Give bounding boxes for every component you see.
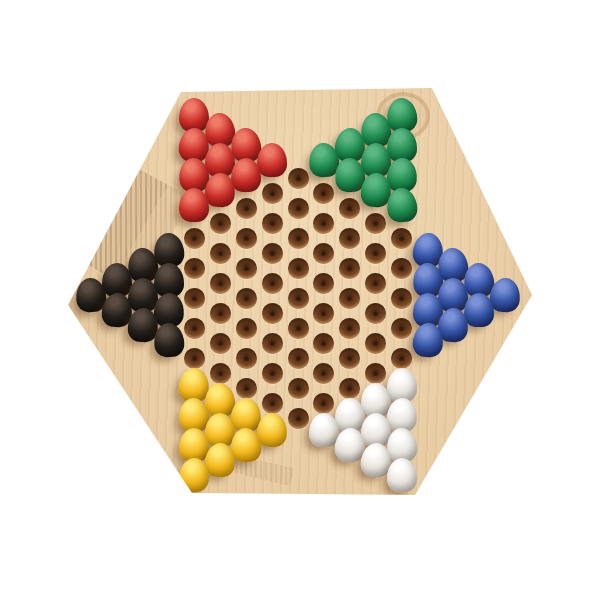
peg-black[interactable] [154,263,184,297]
hole[interactable] [339,228,360,249]
hole[interactable] [313,213,334,234]
hole[interactable] [313,303,334,324]
hole[interactable] [262,393,283,414]
peg-red[interactable] [257,143,287,177]
hole[interactable] [236,288,257,309]
hole[interactable] [313,393,334,414]
hole[interactable] [365,333,386,354]
hole[interactable] [262,333,283,354]
hole[interactable] [262,303,283,324]
hole[interactable] [391,258,412,279]
hole[interactable] [236,198,257,219]
hole[interactable] [236,228,257,249]
hole[interactable] [262,183,283,204]
hole[interactable] [184,228,205,249]
hole[interactable] [236,318,257,339]
hole[interactable] [365,273,386,294]
hole[interactable] [262,273,283,294]
hole[interactable] [288,408,309,429]
hole[interactable] [262,243,283,264]
hole[interactable] [184,348,205,369]
hole[interactable] [339,198,360,219]
hole[interactable] [236,348,257,369]
peg-green[interactable] [387,128,417,162]
hole[interactable] [339,348,360,369]
hole[interactable] [184,258,205,279]
peg-red[interactable] [179,188,209,222]
peg-white[interactable] [361,413,391,447]
chinese-checkers-board [0,0,600,600]
hole[interactable] [365,243,386,264]
hole[interactable] [391,228,412,249]
hole[interactable] [288,288,309,309]
hole[interactable] [288,168,309,189]
peg-black[interactable] [128,278,158,312]
hole[interactable] [391,348,412,369]
peg-green[interactable] [361,143,391,177]
hole[interactable] [313,183,334,204]
hole[interactable] [339,288,360,309]
hole[interactable] [365,213,386,234]
hole[interactable] [313,333,334,354]
hole[interactable] [288,198,309,219]
hole[interactable] [210,333,231,354]
hole[interactable] [339,258,360,279]
hole[interactable] [313,363,334,384]
hole[interactable] [210,243,231,264]
hole[interactable] [210,303,231,324]
hole[interactable] [288,228,309,249]
hole[interactable] [391,318,412,339]
peg-white[interactable] [387,458,417,492]
hole[interactable] [236,258,257,279]
hole[interactable] [288,378,309,399]
hole[interactable] [365,303,386,324]
hole[interactable] [288,348,309,369]
product-photo [0,0,600,600]
peg-white[interactable] [387,368,417,402]
hole[interactable] [184,288,205,309]
hole[interactable] [288,258,309,279]
hole[interactable] [391,288,412,309]
hole[interactable] [288,318,309,339]
hole[interactable] [262,363,283,384]
hole[interactable] [365,363,386,384]
hole-grid [0,0,600,600]
hole[interactable] [236,378,257,399]
hole[interactable] [184,318,205,339]
hole[interactable] [262,213,283,234]
hole[interactable] [313,243,334,264]
hole[interactable] [313,273,334,294]
hole[interactable] [339,378,360,399]
peg-red[interactable] [231,158,261,192]
peg-white[interactable] [309,413,339,447]
hole[interactable] [339,318,360,339]
hole[interactable] [210,213,231,234]
hole[interactable] [210,363,231,384]
peg-blue[interactable] [464,293,494,327]
hole[interactable] [210,273,231,294]
